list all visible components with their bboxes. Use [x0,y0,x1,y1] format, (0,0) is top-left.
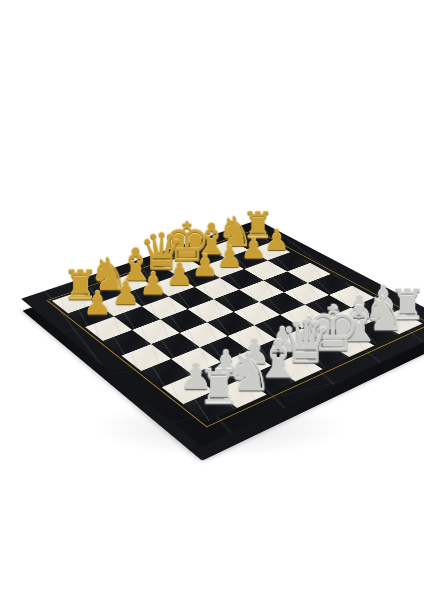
black-pawn: ♟ [111,277,140,309]
black-pawn: ♟ [165,259,193,290]
white-rook: ♜ [197,364,240,412]
black-pawn: ♟ [240,234,266,263]
product-photo: ♜♞♝♛♚♝♞♜♟♟♟♟♟♟♟♟♟♟♟♟♟♟♟♟♜♞♝♛♚♝♞♜ [0,0,424,600]
black-pawn: ♟ [83,287,112,319]
black-pawn: ♟ [263,226,289,255]
square-h5 [287,263,331,283]
black-pawn: ♟ [191,250,218,280]
black-pawn: ♟ [216,242,243,272]
black-pawn: ♟ [139,268,167,299]
